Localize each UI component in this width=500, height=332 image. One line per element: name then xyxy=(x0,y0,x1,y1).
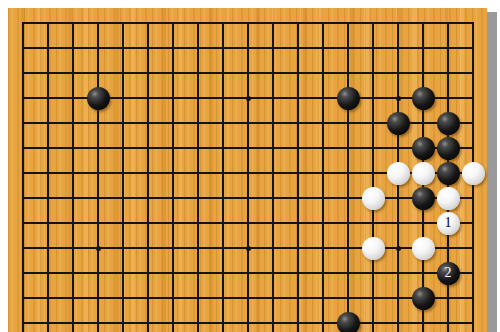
stone-black xyxy=(412,137,435,160)
move-number-label: 1 xyxy=(445,216,452,230)
grid-line-vertical xyxy=(247,22,249,332)
grid-line-vertical xyxy=(297,22,299,332)
stone-black xyxy=(387,112,410,135)
grid-line-vertical xyxy=(372,22,374,332)
stone-black xyxy=(412,287,435,310)
star-point xyxy=(96,246,101,251)
stone-white xyxy=(437,187,460,210)
star-point xyxy=(396,246,401,251)
stone-black xyxy=(412,87,435,110)
grid-line-vertical xyxy=(197,22,199,332)
grid-line-vertical xyxy=(122,22,124,332)
stone-black xyxy=(337,87,360,110)
grid-line-horizontal xyxy=(22,22,474,24)
screenshot-root: 12 xyxy=(0,0,500,332)
grid-line-horizontal xyxy=(22,222,474,224)
star-point xyxy=(246,246,251,251)
grid-line-horizontal xyxy=(22,197,474,199)
star-point xyxy=(246,96,251,101)
stone-black xyxy=(437,162,460,185)
grid-line-horizontal xyxy=(22,297,474,299)
stone-white-move-1: 1 xyxy=(437,212,460,235)
go-board[interactable]: 12 xyxy=(8,8,487,332)
grid-line-vertical xyxy=(272,22,274,332)
grid-line-horizontal xyxy=(22,322,474,324)
grid-line-horizontal xyxy=(22,272,474,274)
grid-line-vertical xyxy=(172,22,174,332)
grid-line-vertical xyxy=(347,22,349,332)
stone-black xyxy=(437,137,460,160)
stone-white xyxy=(412,237,435,260)
grid-line-horizontal xyxy=(22,47,474,49)
stone-white xyxy=(412,162,435,185)
stone-white xyxy=(387,162,410,185)
grid-line-vertical xyxy=(147,22,149,332)
grid-line-vertical xyxy=(22,22,24,332)
grid-line-horizontal xyxy=(22,147,474,149)
stone-black xyxy=(412,187,435,210)
stone-black xyxy=(87,87,110,110)
grid-line-vertical xyxy=(97,22,99,332)
grid-line-vertical xyxy=(72,22,74,332)
board-drop-shadow xyxy=(487,12,497,332)
stone-white xyxy=(362,187,385,210)
stone-white xyxy=(462,162,485,185)
grid-line-horizontal xyxy=(22,72,474,74)
move-number-label: 2 xyxy=(445,266,452,280)
star-point xyxy=(396,96,401,101)
stone-black-move-2: 2 xyxy=(437,262,460,285)
stone-white xyxy=(362,237,385,260)
grid-line-vertical xyxy=(47,22,49,332)
grid-line-vertical xyxy=(322,22,324,332)
stone-black xyxy=(337,312,360,332)
stone-black xyxy=(437,112,460,135)
grid-line-vertical xyxy=(222,22,224,332)
